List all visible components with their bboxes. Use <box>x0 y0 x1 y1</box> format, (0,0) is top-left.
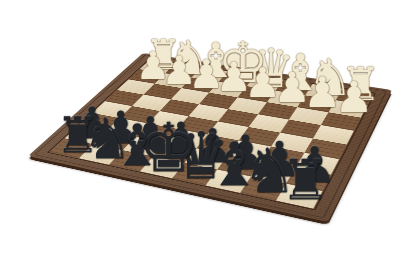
board-squares <box>50 60 373 209</box>
photo-stage: ♜♞♝♛♚♝♞♜♟♟♟♟♟♟♟♟♟♟♟♟♟♟♟♟♜♞♝♛♚♝♞♜ <box>0 0 420 259</box>
